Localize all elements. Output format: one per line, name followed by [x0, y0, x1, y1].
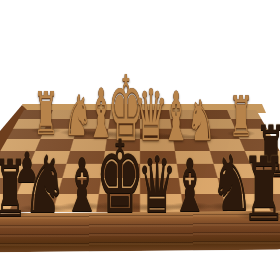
black-knight[interactable]: ♞ [23, 146, 68, 225]
white-rook[interactable]: ♜ [33, 84, 58, 143]
black-rook[interactable]: ♜ [0, 150, 27, 229]
black-queen[interactable]: ♛ [137, 146, 176, 224]
board-photo: ♜♞♝♜♚♛♝♞♜♟♝♝♞♚♛♞♜♜ [0, 0, 280, 280]
black-bishop[interactable]: ♝ [171, 149, 208, 222]
pieces-layer: ♜♞♝♜♚♛♝♞♜♟♝♝♞♚♛♞♜♜ [0, 0, 280, 280]
black-rook[interactable]: ♜ [241, 146, 280, 234]
